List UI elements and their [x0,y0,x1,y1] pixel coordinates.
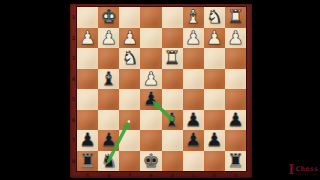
file-labels: hgfedcba [77,171,246,178]
file-label-g: g [98,171,119,178]
square-b5 [204,89,225,110]
file-label-f: f [119,171,140,178]
white-rook-a1: ♜ [227,8,244,27]
square-c5 [183,89,204,110]
square-e6 [140,110,161,131]
black-knight-g8: ♞ [100,151,117,170]
square-h3 [77,48,98,69]
square-e2 [140,28,161,49]
white-pawn-a2: ♟ [227,28,244,47]
square-b3 [204,48,225,69]
black-king-e8: ♚ [143,151,160,170]
white-knight-b1: ♞ [206,8,223,27]
video-frame: 12345678 ♚♝♞♜♟♟♟♟♟♟♞♜♝♟♟♝♟♟♟♟♟♟♜♞♚♜ hgfe… [0,0,320,180]
rank-label-6: 6 [70,110,77,131]
rank-label-2: 2 [70,28,77,49]
white-pawn-f2: ♟ [122,28,139,47]
rank-label-5: 5 [70,89,77,110]
square-b4 [204,69,225,90]
square-e7 [140,130,161,151]
chess-board: 12345678 ♚♝♞♜♟♟♟♟♟♟♞♜♝♟♟♝♟♟♟♟♟♟♜♞♚♜ hgfe… [70,4,252,178]
square-c8 [183,151,204,172]
square-g4: ♝ [98,69,119,90]
square-g3 [98,48,119,69]
square-d2 [162,28,183,49]
black-pawn-c7: ♟ [185,131,202,150]
rank-label-8: 8 [70,151,77,172]
black-pawn-h7: ♟ [79,131,96,150]
board-squares: ♚♝♞♜♟♟♟♟♟♟♞♜♝♟♟♝♟♟♟♟♟♟♜♞♚♜ [77,7,246,171]
rank-label-1: 1 [70,7,77,28]
square-e8: ♚ [140,151,161,172]
square-f1 [119,7,140,28]
black-rook-a8: ♜ [227,151,244,170]
square-c7: ♟ [183,130,204,151]
black-pawn-a6: ♟ [227,110,244,129]
square-b8 [204,151,225,172]
square-h1 [77,7,98,28]
square-e1 [140,7,161,28]
square-h6 [77,110,98,131]
black-rook-h8: ♜ [79,151,96,170]
square-a1: ♜ [225,7,246,28]
square-h2: ♟ [77,28,98,49]
file-label-b: b [204,171,225,178]
file-label-h: h [77,171,98,178]
black-bishop-g4: ♝ [100,69,117,88]
file-label-e: e [140,171,161,178]
logo-subtext: ichess.net [295,172,318,177]
square-g8: ♞ [98,151,119,172]
logo-piece-icon: I [288,163,294,176]
square-b7: ♟ [204,130,225,151]
black-pawn-g7: ♟ [100,131,117,150]
file-label-a: a [225,171,246,178]
square-c6: ♟ [183,110,204,131]
square-g2: ♟ [98,28,119,49]
white-pawn-h2: ♟ [79,28,96,47]
square-c4 [183,69,204,90]
square-e3 [140,48,161,69]
square-d6: ♝ [162,110,183,131]
square-a7 [225,130,246,151]
square-f4 [119,69,140,90]
square-b1: ♞ [204,7,225,28]
black-pawn-c6: ♟ [185,110,202,129]
white-pawn-b2: ♟ [206,28,223,47]
square-h7: ♟ [77,130,98,151]
square-c1: ♝ [183,7,204,28]
square-g1: ♚ [98,7,119,28]
square-f3: ♞ [119,48,140,69]
square-a4 [225,69,246,90]
square-h8: ♜ [77,151,98,172]
square-f6 [119,110,140,131]
square-f5 [119,89,140,110]
white-pawn-e4: ♟ [143,69,160,88]
square-h4 [77,69,98,90]
white-bishop-c1: ♝ [185,8,202,27]
rank-label-3: 3 [70,48,77,69]
square-g6 [98,110,119,131]
rank-label-7: 7 [70,130,77,151]
square-b6 [204,110,225,131]
square-a6: ♟ [225,110,246,131]
square-a2: ♟ [225,28,246,49]
white-rook-d3: ♜ [164,49,181,68]
square-e4: ♟ [140,69,161,90]
square-a5 [225,89,246,110]
square-c3 [183,48,204,69]
white-knight-f3: ♞ [122,49,139,68]
rank-label-4: 4 [70,69,77,90]
square-a3 [225,48,246,69]
square-d8 [162,151,183,172]
black-pawn-e5: ♟ [143,90,160,109]
rank-labels: 12345678 [70,7,77,171]
white-pawn-c2: ♟ [185,28,202,47]
square-d5 [162,89,183,110]
square-h5 [77,89,98,110]
square-a8: ♜ [225,151,246,172]
chess-logo-watermark: I Chess ichess.net [288,163,318,177]
square-d1 [162,7,183,28]
square-f7 [119,130,140,151]
black-pawn-b7: ♟ [206,131,223,150]
square-g7: ♟ [98,130,119,151]
white-pawn-g2: ♟ [100,28,117,47]
square-d4 [162,69,183,90]
file-label-c: c [183,171,204,178]
square-e5: ♟ [140,89,161,110]
square-f2: ♟ [119,28,140,49]
white-king-g1: ♚ [100,8,117,27]
square-b2: ♟ [204,28,225,49]
square-c2: ♟ [183,28,204,49]
file-label-d: d [162,171,183,178]
square-d3: ♜ [162,48,183,69]
black-bishop-d6: ♝ [164,110,181,129]
square-f8 [119,151,140,172]
square-d7 [162,130,183,151]
logo-text-block: Chess ichess.net [295,166,318,177]
square-g5 [98,89,119,110]
